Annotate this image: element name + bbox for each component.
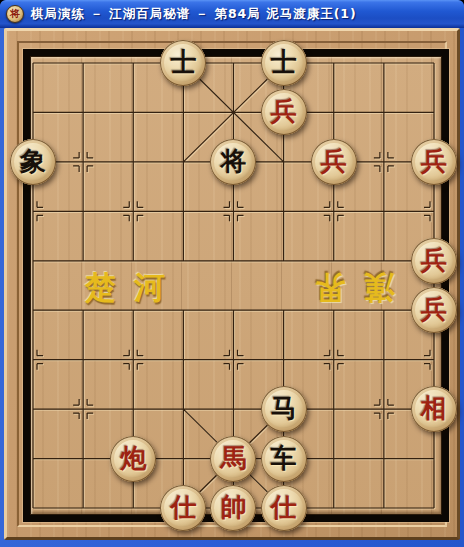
title-bar: 将 棋局演练 － 江湖百局秘谱 － 第84局 泥马渡康王(1) [0,0,464,28]
piece-glyph: 士 [170,49,196,75]
window-title: 棋局演练 － 江湖百局秘谱 － 第84局 泥马渡康王(1) [31,6,357,23]
piece-glyph: 兵 [321,148,347,174]
board-cell: 士 [158,38,208,87]
piece-glyph: 帥 [220,494,246,520]
piece-glyph: 兵 [271,98,297,124]
piece-red-soldier-3[interactable]: 兵 [411,139,457,185]
board-cell: 车 [258,434,308,483]
piece-glyph: 兵 [421,148,447,174]
board-cell: 马 [258,384,308,433]
piece-black-elephant[interactable]: 象 [10,139,56,185]
piece-black-advisor-left[interactable]: 士 [160,40,206,86]
app-icon-glyph: 将 [10,7,20,21]
board-cell: 兵 [309,137,359,186]
board-cell: 士 [258,38,308,87]
piece-glyph: 车 [271,445,297,471]
piece-black-general[interactable]: 将 [210,139,256,185]
piece-red-soldier-2[interactable]: 兵 [311,139,357,185]
piece-glyph: 馬 [220,445,246,471]
app-icon: 将 [6,5,24,23]
piece-glyph: 士 [271,49,297,75]
piece-red-general[interactable]: 帥 [210,485,256,531]
piece-red-advisor-left[interactable]: 仕 [160,485,206,531]
board-cell: 仕 [258,483,308,532]
board-cell: 相 [409,384,459,433]
board-cell: 兵 [258,88,308,137]
board-cell: 兵 [409,137,459,186]
piece-black-chariot[interactable]: 车 [261,436,307,482]
board-cell: 帥 [208,483,258,532]
board-cell: 炮 [108,434,158,483]
piece-glyph: 相 [421,395,447,421]
app-window: 将 棋局演练 － 江湖百局秘谱 － 第84局 泥马渡康王(1) 楚河 漢界 士士… [0,0,464,547]
piece-red-soldier-5[interactable]: 兵 [411,287,457,333]
piece-red-elephant[interactable]: 相 [411,386,457,432]
piece-red-cannon[interactable]: 炮 [110,436,156,482]
board-cell: 兵 [409,236,459,285]
piece-black-horse[interactable]: 马 [261,386,307,432]
piece-glyph: 马 [271,395,297,421]
board-cell: 馬 [208,434,258,483]
piece-glyph: 象 [20,148,46,174]
piece-glyph: 仕 [170,494,196,520]
board-cell: 象 [8,137,58,186]
board-cell: 将 [208,137,258,186]
piece-glyph: 将 [220,148,246,174]
piece-glyph: 兵 [421,247,447,273]
xiangqi-board: 士士兵象将兵兵兵兵马相炮馬车仕帥仕 [8,38,459,533]
board-cell: 仕 [158,483,208,532]
piece-glyph: 兵 [421,296,447,322]
piece-glyph: 炮 [120,445,146,471]
piece-red-soldier-1[interactable]: 兵 [261,89,307,135]
piece-glyph: 仕 [271,494,297,520]
piece-red-advisor-right[interactable]: 仕 [261,485,307,531]
piece-black-advisor-right[interactable]: 士 [261,40,307,86]
piece-red-horse[interactable]: 馬 [210,436,256,482]
piece-red-soldier-4[interactable]: 兵 [411,238,457,284]
board-cell: 兵 [409,285,459,334]
